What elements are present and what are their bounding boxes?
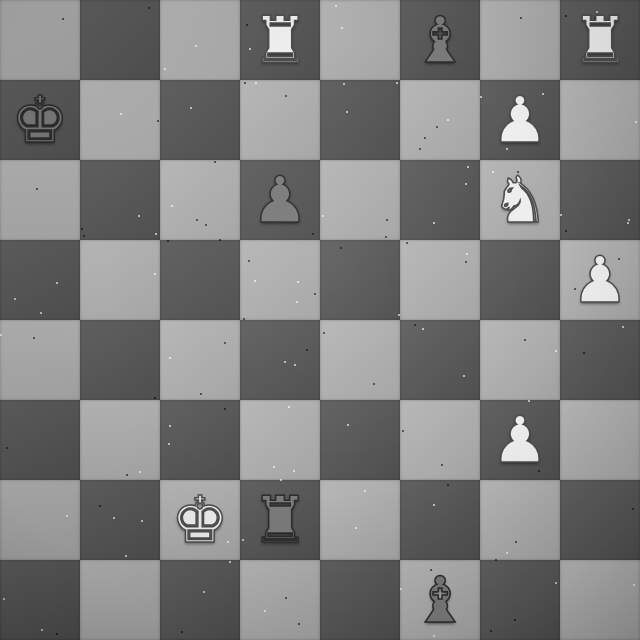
piece-white-rook[interactable]: ♜ (251, 0, 308, 80)
square-c7[interactable] (160, 80, 240, 160)
square-h5[interactable]: ♟ (560, 240, 640, 320)
square-c8[interactable] (160, 0, 240, 80)
square-g8[interactable] (480, 0, 560, 80)
square-e5[interactable] (320, 240, 400, 320)
piece-black-bishop[interactable]: ♝ (411, 0, 468, 80)
square-f8[interactable]: ♝ (400, 0, 480, 80)
square-b5[interactable] (80, 240, 160, 320)
square-c6[interactable] (160, 160, 240, 240)
square-a3[interactable] (0, 400, 80, 480)
chess-board-wrapper: ♜♝♜♚♟♟♞♟♟♚♜♝ (0, 0, 640, 640)
piece-white-rook[interactable]: ♜ (571, 0, 628, 80)
square-b3[interactable] (80, 400, 160, 480)
square-f7[interactable] (400, 80, 480, 160)
piece-black-king[interactable]: ♚ (11, 80, 68, 160)
square-a5[interactable] (0, 240, 80, 320)
square-g2[interactable] (480, 480, 560, 560)
square-e8[interactable] (320, 0, 400, 80)
piece-white-king[interactable]: ♚ (171, 480, 228, 560)
square-c5[interactable] (160, 240, 240, 320)
square-b1[interactable] (80, 560, 160, 640)
square-e3[interactable] (320, 400, 400, 480)
square-b2[interactable] (80, 480, 160, 560)
square-g5[interactable] (480, 240, 560, 320)
square-d4[interactable] (240, 320, 320, 400)
square-d3[interactable] (240, 400, 320, 480)
square-g3[interactable]: ♟ (480, 400, 560, 480)
square-d7[interactable] (240, 80, 320, 160)
square-h8[interactable]: ♜ (560, 0, 640, 80)
square-d5[interactable] (240, 240, 320, 320)
piece-black-bishop[interactable]: ♝ (411, 560, 468, 640)
square-e1[interactable] (320, 560, 400, 640)
piece-white-knight[interactable]: ♞ (491, 160, 548, 240)
square-d8[interactable]: ♜ (240, 0, 320, 80)
square-c1[interactable] (160, 560, 240, 640)
square-h2[interactable] (560, 480, 640, 560)
square-a1[interactable] (0, 560, 80, 640)
square-f6[interactable] (400, 160, 480, 240)
square-a6[interactable] (0, 160, 80, 240)
square-e7[interactable] (320, 80, 400, 160)
square-g7[interactable]: ♟ (480, 80, 560, 160)
square-a4[interactable] (0, 320, 80, 400)
square-d2[interactable]: ♜ (240, 480, 320, 560)
piece-black-rook[interactable]: ♜ (251, 480, 308, 560)
square-h1[interactable] (560, 560, 640, 640)
square-f5[interactable] (400, 240, 480, 320)
square-e6[interactable] (320, 160, 400, 240)
piece-white-pawn[interactable]: ♟ (491, 80, 548, 160)
square-f4[interactable] (400, 320, 480, 400)
square-c4[interactable] (160, 320, 240, 400)
square-f2[interactable] (400, 480, 480, 560)
square-h7[interactable] (560, 80, 640, 160)
square-a7[interactable]: ♚ (0, 80, 80, 160)
square-d1[interactable] (240, 560, 320, 640)
square-b7[interactable] (80, 80, 160, 160)
square-f1[interactable]: ♝ (400, 560, 480, 640)
square-b8[interactable] (80, 0, 160, 80)
piece-white-pawn[interactable]: ♟ (491, 400, 548, 480)
square-h3[interactable] (560, 400, 640, 480)
square-c3[interactable] (160, 400, 240, 480)
square-e4[interactable] (320, 320, 400, 400)
square-c2[interactable]: ♚ (160, 480, 240, 560)
piece-black-pawn[interactable]: ♟ (251, 160, 308, 240)
square-a2[interactable] (0, 480, 80, 560)
square-a8[interactable] (0, 0, 80, 80)
chess-board: ♜♝♜♚♟♟♞♟♟♚♜♝ (0, 0, 640, 640)
square-h4[interactable] (560, 320, 640, 400)
piece-white-pawn[interactable]: ♟ (571, 240, 628, 320)
square-b6[interactable] (80, 160, 160, 240)
square-h6[interactable] (560, 160, 640, 240)
square-g6[interactable]: ♞ (480, 160, 560, 240)
square-f3[interactable] (400, 400, 480, 480)
square-e2[interactable] (320, 480, 400, 560)
square-g4[interactable] (480, 320, 560, 400)
square-g1[interactable] (480, 560, 560, 640)
square-b4[interactable] (80, 320, 160, 400)
square-d6[interactable]: ♟ (240, 160, 320, 240)
